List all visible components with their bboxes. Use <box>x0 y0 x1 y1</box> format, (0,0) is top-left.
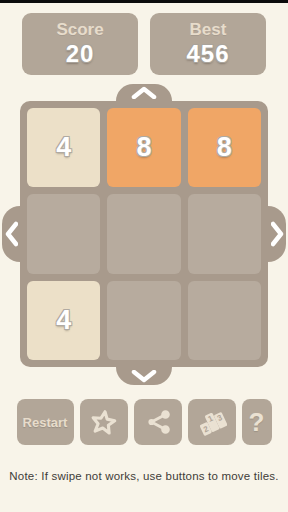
cell-r0-c0: 4 <box>27 108 100 187</box>
leaderboard-button[interactable]: 2 1 3 <box>188 399 236 445</box>
tile-value: 8 <box>136 132 151 163</box>
best-panel: Best 456 <box>150 13 266 75</box>
share-icon <box>145 409 171 435</box>
score-label: Score <box>56 20 103 40</box>
score-value: 20 <box>66 40 95 68</box>
score-panel: Score 20 <box>22 13 138 75</box>
cell-r2-c1 <box>107 281 180 360</box>
cell-r1-c0 <box>27 194 100 273</box>
podium-icon: 2 1 3 <box>197 407 227 437</box>
scoreboard: Score 20 Best 456 <box>0 13 288 75</box>
chevron-right-icon <box>271 221 284 247</box>
best-value: 456 <box>186 40 229 68</box>
favorite-button[interactable] <box>80 399 128 445</box>
move-left-button[interactable] <box>2 206 20 262</box>
toolbar: Restart <box>0 399 288 445</box>
move-down-button[interactable] <box>116 367 172 385</box>
tile-value: 4 <box>56 305 71 336</box>
board-area: 4 8 8 4 <box>20 101 268 367</box>
status-bar <box>0 0 288 3</box>
star-icon <box>90 409 117 436</box>
best-label: Best <box>190 20 227 40</box>
cell-r2-c2 <box>188 281 261 360</box>
chevron-up-icon <box>131 86 157 99</box>
game-board: 4 8 8 4 <box>20 101 268 367</box>
move-up-button[interactable] <box>116 84 172 101</box>
move-right-button[interactable] <box>268 206 286 262</box>
chevron-left-icon <box>5 221 18 247</box>
cell-r2-c0: 4 <box>27 281 100 360</box>
cell-r0-c1: 8 <box>107 108 180 187</box>
cell-r1-c2 <box>188 194 261 273</box>
cell-r0-c2: 8 <box>188 108 261 187</box>
help-button[interactable]: ? <box>242 399 272 445</box>
chevron-down-icon <box>131 370 157 383</box>
tile-value: 8 <box>217 132 232 163</box>
restart-button[interactable]: Restart <box>17 399 74 445</box>
tile-value: 4 <box>56 132 71 163</box>
cell-r1-c1 <box>107 194 180 273</box>
note-text: Note: If swipe not works, use buttons to… <box>0 470 288 482</box>
share-button[interactable] <box>134 399 182 445</box>
